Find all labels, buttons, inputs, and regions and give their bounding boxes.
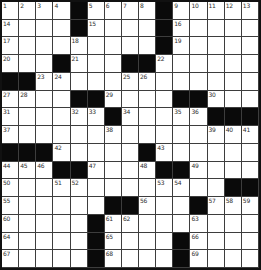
cell-r11c3[interactable] bbox=[36, 179, 53, 197]
cell-r6c3[interactable] bbox=[36, 91, 53, 109]
cell-r14c14[interactable] bbox=[225, 233, 242, 251]
cell-r8c13[interactable]: 39 bbox=[208, 126, 225, 144]
cell-r1c2[interactable]: 2 bbox=[19, 2, 36, 20]
cell-r9c4[interactable]: 42 bbox=[53, 144, 70, 162]
black-cell-r10c4 bbox=[53, 162, 70, 180]
cell-r12c2[interactable] bbox=[19, 197, 36, 215]
cell-r12c3[interactable] bbox=[36, 197, 53, 215]
clue-number-37: 37 bbox=[3, 126, 10, 133]
black-cell-r13c6 bbox=[88, 215, 105, 233]
cell-r14c5[interactable] bbox=[71, 233, 88, 251]
clue-number-10: 10 bbox=[191, 2, 198, 9]
clue-number-4: 4 bbox=[54, 2, 58, 9]
clue-number-59: 59 bbox=[243, 197, 250, 204]
black-cell-r12c8 bbox=[122, 197, 139, 215]
cell-r12c11[interactable] bbox=[173, 197, 190, 215]
cell-r3c7[interactable] bbox=[105, 37, 122, 55]
cell-r15c4[interactable] bbox=[53, 250, 70, 268]
cell-r7c11[interactable]: 35 bbox=[173, 108, 190, 126]
cell-r5c14[interactable] bbox=[225, 73, 242, 91]
clue-number-31: 31 bbox=[3, 108, 10, 115]
cell-r10c9[interactable]: 48 bbox=[139, 162, 156, 180]
black-cell-r10c5 bbox=[71, 162, 88, 180]
cell-r15c8[interactable] bbox=[122, 250, 139, 268]
cell-r12c15[interactable]: 59 bbox=[242, 197, 259, 215]
clue-number-28: 28 bbox=[20, 91, 27, 98]
clue-number-55: 55 bbox=[3, 197, 10, 204]
cell-r2c13[interactable] bbox=[208, 20, 225, 38]
clue-number-15: 15 bbox=[89, 20, 96, 27]
black-cell-r2c5 bbox=[71, 20, 88, 38]
clue-number-19: 19 bbox=[174, 37, 181, 44]
clue-number-21: 21 bbox=[72, 55, 79, 62]
cell-r4c11[interactable] bbox=[173, 55, 190, 73]
cell-r2c7[interactable] bbox=[105, 20, 122, 38]
cell-r12c5[interactable] bbox=[71, 197, 88, 215]
cell-r4c3[interactable] bbox=[36, 55, 53, 73]
cell-r7c9[interactable] bbox=[139, 108, 156, 126]
black-cell-r9c9 bbox=[139, 144, 156, 162]
clue-number-9: 9 bbox=[174, 2, 178, 9]
cell-r2c6[interactable]: 15 bbox=[88, 20, 105, 38]
cell-r9c13[interactable] bbox=[208, 144, 225, 162]
cell-r10c2[interactable]: 45 bbox=[19, 162, 36, 180]
cell-r3c15[interactable] bbox=[242, 37, 259, 55]
cell-r10c14[interactable] bbox=[225, 162, 242, 180]
cell-r11c2[interactable] bbox=[19, 179, 36, 197]
black-cell-r14c11 bbox=[173, 233, 190, 251]
cell-r15c7[interactable]: 68 bbox=[105, 250, 122, 268]
cell-r4c5[interactable]: 21 bbox=[71, 55, 88, 73]
cell-r2c12[interactable] bbox=[190, 20, 207, 38]
cell-r15c10[interactable] bbox=[156, 250, 173, 268]
cell-r4c14[interactable] bbox=[225, 55, 242, 73]
cell-r12c6[interactable] bbox=[88, 197, 105, 215]
cell-r11c11[interactable]: 54 bbox=[173, 179, 190, 197]
cell-r7c8[interactable]: 34 bbox=[122, 108, 139, 126]
cell-r5c4[interactable]: 24 bbox=[53, 73, 70, 91]
cell-r6c15[interactable] bbox=[242, 91, 259, 109]
cell-r15c1[interactable]: 67 bbox=[2, 250, 19, 268]
cell-r1c3[interactable]: 3 bbox=[36, 2, 53, 20]
cell-r4c13[interactable] bbox=[208, 55, 225, 73]
cell-r11c7[interactable] bbox=[105, 179, 122, 197]
clue-number-58: 58 bbox=[226, 197, 233, 204]
cell-r8c15[interactable]: 41 bbox=[242, 126, 259, 144]
cell-r1c7[interactable]: 6 bbox=[105, 2, 122, 20]
cell-r13c3[interactable] bbox=[36, 215, 53, 233]
cell-r4c1[interactable]: 20 bbox=[2, 55, 19, 73]
cell-r13c15[interactable] bbox=[242, 215, 259, 233]
cell-r14c8[interactable] bbox=[122, 233, 139, 251]
clue-number-30: 30 bbox=[209, 91, 216, 98]
clue-number-45: 45 bbox=[20, 162, 27, 169]
cell-r13c5[interactable] bbox=[71, 215, 88, 233]
black-cell-r7c14 bbox=[225, 108, 242, 126]
cell-r2c4[interactable] bbox=[53, 20, 70, 38]
cell-r1c4[interactable]: 4 bbox=[53, 2, 70, 20]
cell-r4c12[interactable] bbox=[190, 55, 207, 73]
cell-r6c7[interactable]: 29 bbox=[105, 91, 122, 109]
cell-r6c4[interactable] bbox=[53, 91, 70, 109]
cell-r8c4[interactable] bbox=[53, 126, 70, 144]
clue-number-60: 60 bbox=[3, 215, 10, 222]
cell-r2c11[interactable]: 16 bbox=[173, 20, 190, 38]
cell-r8c3[interactable] bbox=[36, 126, 53, 144]
cell-r9c5[interactable] bbox=[71, 144, 88, 162]
cell-r2c9[interactable] bbox=[139, 20, 156, 38]
black-cell-r3c10 bbox=[156, 37, 173, 55]
clue-number-36: 36 bbox=[191, 108, 198, 115]
cell-r12c14[interactable]: 58 bbox=[225, 197, 242, 215]
clue-number-34: 34 bbox=[123, 108, 130, 115]
black-cell-r10c10 bbox=[156, 162, 173, 180]
cell-r1c1[interactable]: 1 bbox=[2, 2, 19, 20]
cell-r2c15[interactable] bbox=[242, 20, 259, 38]
clue-number-56: 56 bbox=[140, 197, 147, 204]
cell-r13c4[interactable] bbox=[53, 215, 70, 233]
cell-r13c11[interactable] bbox=[173, 215, 190, 233]
black-cell-r7c7 bbox=[105, 108, 122, 126]
clue-number-32: 32 bbox=[72, 108, 79, 115]
cell-r11c4[interactable]: 51 bbox=[53, 179, 70, 197]
cell-r2c3[interactable] bbox=[36, 20, 53, 38]
clue-number-6: 6 bbox=[106, 2, 110, 9]
clue-number-63: 63 bbox=[191, 215, 198, 222]
clue-number-39: 39 bbox=[209, 126, 216, 133]
cell-r5c13[interactable] bbox=[208, 73, 225, 91]
cell-r14c7[interactable]: 65 bbox=[105, 233, 122, 251]
cell-r15c5[interactable] bbox=[71, 250, 88, 268]
cell-r11c10[interactable]: 53 bbox=[156, 179, 173, 197]
cell-r6c13[interactable]: 30 bbox=[208, 91, 225, 109]
cell-r13c1[interactable]: 60 bbox=[2, 215, 19, 233]
clue-number-41: 41 bbox=[243, 126, 250, 133]
cell-r1c12[interactable]: 10 bbox=[190, 2, 207, 20]
black-cell-r12c7 bbox=[105, 197, 122, 215]
cell-r5c8[interactable]: 25 bbox=[122, 73, 139, 91]
clue-number-57: 57 bbox=[209, 197, 216, 204]
cell-r15c3[interactable] bbox=[36, 250, 53, 268]
clue-number-61: 61 bbox=[106, 215, 113, 222]
clue-number-49: 49 bbox=[191, 162, 198, 169]
cell-r9c11[interactable] bbox=[173, 144, 190, 162]
cell-r3c14[interactable] bbox=[225, 37, 242, 55]
clue-number-29: 29 bbox=[106, 91, 113, 98]
black-cell-r4c9 bbox=[139, 55, 156, 73]
cell-r13c13[interactable] bbox=[208, 215, 225, 233]
cell-r14c10[interactable] bbox=[156, 233, 173, 251]
cell-r8c14[interactable]: 40 bbox=[225, 126, 242, 144]
cell-r9c7[interactable] bbox=[105, 144, 122, 162]
cell-r3c13[interactable] bbox=[208, 37, 225, 55]
black-cell-r7c13 bbox=[208, 108, 225, 126]
cell-r3c9[interactable] bbox=[139, 37, 156, 55]
cell-r3c2[interactable] bbox=[19, 37, 36, 55]
cell-r9c15[interactable] bbox=[242, 144, 259, 162]
clue-number-66: 66 bbox=[191, 233, 198, 240]
cell-r4c2[interactable] bbox=[19, 55, 36, 73]
cell-r11c8[interactable] bbox=[122, 179, 139, 197]
cell-r13c7[interactable]: 61 bbox=[105, 215, 122, 233]
cell-r2c8[interactable] bbox=[122, 20, 139, 38]
cell-r8c5[interactable] bbox=[71, 126, 88, 144]
cell-r6c8[interactable] bbox=[122, 91, 139, 109]
cell-r11c5[interactable]: 52 bbox=[71, 179, 88, 197]
cell-r10c13[interactable] bbox=[208, 162, 225, 180]
clue-number-20: 20 bbox=[3, 55, 10, 62]
cell-r14c1[interactable]: 64 bbox=[2, 233, 19, 251]
clue-number-54: 54 bbox=[174, 179, 181, 186]
cell-r7c5[interactable]: 32 bbox=[71, 108, 88, 126]
clue-number-64: 64 bbox=[3, 233, 10, 240]
clue-number-2: 2 bbox=[20, 2, 24, 9]
black-cell-r4c8 bbox=[122, 55, 139, 73]
clue-number-26: 26 bbox=[140, 73, 147, 80]
cell-r14c12[interactable]: 66 bbox=[190, 233, 207, 251]
clue-number-48: 48 bbox=[140, 162, 147, 169]
cell-r5c5[interactable] bbox=[71, 73, 88, 91]
clue-number-25: 25 bbox=[123, 73, 130, 80]
clue-number-24: 24 bbox=[54, 73, 61, 80]
cell-r9c8[interactable] bbox=[122, 144, 139, 162]
black-cell-r1c5 bbox=[71, 2, 88, 20]
cell-r8c11[interactable] bbox=[173, 126, 190, 144]
cell-r6c9[interactable] bbox=[139, 91, 156, 109]
cell-r8c7[interactable]: 38 bbox=[105, 126, 122, 144]
cell-r5c10[interactable] bbox=[156, 73, 173, 91]
cell-r2c14[interactable] bbox=[225, 20, 242, 38]
black-cell-r7c15 bbox=[242, 108, 259, 126]
cell-r8c12[interactable] bbox=[190, 126, 207, 144]
black-cell-r9c1 bbox=[2, 144, 19, 162]
cell-r3c5[interactable]: 18 bbox=[71, 37, 88, 55]
cell-r13c12[interactable]: 63 bbox=[190, 215, 207, 233]
cell-r11c6[interactable] bbox=[88, 179, 105, 197]
clue-number-33: 33 bbox=[89, 108, 96, 115]
black-cell-r6c11 bbox=[173, 91, 190, 109]
cell-r7c10[interactable] bbox=[156, 108, 173, 126]
cell-r15c13[interactable] bbox=[208, 250, 225, 268]
clue-number-44: 44 bbox=[3, 162, 10, 169]
cell-r10c15[interactable] bbox=[242, 162, 259, 180]
clue-number-62: 62 bbox=[123, 215, 130, 222]
clue-number-46: 46 bbox=[37, 162, 44, 169]
cell-r3c12[interactable] bbox=[190, 37, 207, 55]
clue-number-16: 16 bbox=[174, 20, 181, 27]
cell-r3c6[interactable] bbox=[88, 37, 105, 55]
cell-r1c13[interactable]: 11 bbox=[208, 2, 225, 20]
cell-r7c6[interactable]: 33 bbox=[88, 108, 105, 126]
black-cell-r11c14 bbox=[225, 179, 242, 197]
cell-r15c15[interactable] bbox=[242, 250, 259, 268]
cell-r12c4[interactable] bbox=[53, 197, 70, 215]
black-cell-r15c11 bbox=[173, 250, 190, 268]
black-cell-r6c12 bbox=[190, 91, 207, 109]
cell-r14c4[interactable] bbox=[53, 233, 70, 251]
clue-number-5: 5 bbox=[89, 2, 93, 9]
black-cell-r12c12 bbox=[190, 197, 207, 215]
cell-r14c2[interactable] bbox=[19, 233, 36, 251]
cell-r13c14[interactable] bbox=[225, 215, 242, 233]
cell-r9c14[interactable] bbox=[225, 144, 242, 162]
cell-r7c4[interactable] bbox=[53, 108, 70, 126]
clue-number-8: 8 bbox=[140, 2, 144, 9]
cell-r12c10[interactable] bbox=[156, 197, 173, 215]
cell-r4c7[interactable] bbox=[105, 55, 122, 73]
cell-r3c4[interactable] bbox=[53, 37, 70, 55]
cell-r11c9[interactable] bbox=[139, 179, 156, 197]
cell-r10c12[interactable]: 49 bbox=[190, 162, 207, 180]
clue-number-3: 3 bbox=[37, 2, 41, 9]
cell-r13c8[interactable]: 62 bbox=[122, 215, 139, 233]
cell-r8c6[interactable] bbox=[88, 126, 105, 144]
black-cell-r11c15 bbox=[242, 179, 259, 197]
cell-r1c6[interactable]: 5 bbox=[88, 2, 105, 20]
cell-r7c12[interactable]: 36 bbox=[190, 108, 207, 126]
cell-r14c9[interactable] bbox=[139, 233, 156, 251]
cell-r15c14[interactable] bbox=[225, 250, 242, 268]
cell-r3c8[interactable] bbox=[122, 37, 139, 55]
cell-r5c3[interactable]: 23 bbox=[36, 73, 53, 91]
black-cell-r1c10 bbox=[156, 2, 173, 20]
cell-r12c1[interactable]: 55 bbox=[2, 197, 19, 215]
cell-r11c13[interactable] bbox=[208, 179, 225, 197]
cell-r7c2[interactable] bbox=[19, 108, 36, 126]
cell-r2c1[interactable]: 14 bbox=[2, 20, 19, 38]
cell-r14c3[interactable] bbox=[36, 233, 53, 251]
cell-r8c8[interactable] bbox=[122, 126, 139, 144]
cell-r1c8[interactable]: 7 bbox=[122, 2, 139, 20]
black-cell-r15c6 bbox=[88, 250, 105, 268]
clue-number-52: 52 bbox=[72, 179, 79, 186]
cell-r10c3[interactable]: 46 bbox=[36, 162, 53, 180]
clue-number-51: 51 bbox=[54, 179, 61, 186]
cell-r5c11[interactable] bbox=[173, 73, 190, 91]
cell-r9c10[interactable]: 43 bbox=[156, 144, 173, 162]
cell-r4c10[interactable]: 22 bbox=[156, 55, 173, 73]
clue-number-47: 47 bbox=[89, 162, 96, 169]
cell-r10c7[interactable] bbox=[105, 162, 122, 180]
clue-number-50: 50 bbox=[3, 179, 10, 186]
clue-number-38: 38 bbox=[106, 126, 113, 133]
cell-r15c12[interactable]: 69 bbox=[190, 250, 207, 268]
cell-r10c8[interactable] bbox=[122, 162, 139, 180]
cell-r1c15[interactable]: 13 bbox=[242, 2, 259, 20]
cell-r10c6[interactable]: 47 bbox=[88, 162, 105, 180]
cell-r1c9[interactable]: 8 bbox=[139, 2, 156, 20]
clue-number-43: 43 bbox=[157, 144, 164, 151]
clue-number-65: 65 bbox=[106, 233, 113, 240]
cell-r9c6[interactable] bbox=[88, 144, 105, 162]
cell-r10c1[interactable]: 44 bbox=[2, 162, 19, 180]
black-cell-r6c6 bbox=[88, 91, 105, 109]
cell-r7c3[interactable] bbox=[36, 108, 53, 126]
black-cell-r9c3 bbox=[36, 144, 53, 162]
cell-r8c10[interactable] bbox=[156, 126, 173, 144]
cell-r3c1[interactable]: 17 bbox=[2, 37, 19, 55]
clue-number-22: 22 bbox=[157, 55, 164, 62]
cell-r8c1[interactable]: 37 bbox=[2, 126, 19, 144]
cell-r5c7[interactable] bbox=[105, 73, 122, 91]
cell-r14c15[interactable] bbox=[242, 233, 259, 251]
black-cell-r5c1 bbox=[2, 73, 19, 91]
cell-r13c10[interactable] bbox=[156, 215, 173, 233]
black-cell-r5c2 bbox=[19, 73, 36, 91]
cell-r3c11[interactable]: 19 bbox=[173, 37, 190, 55]
cell-r8c9[interactable] bbox=[139, 126, 156, 144]
cell-r15c9[interactable] bbox=[139, 250, 156, 268]
black-cell-r9c2 bbox=[19, 144, 36, 162]
clue-number-67: 67 bbox=[3, 250, 10, 257]
clue-number-12: 12 bbox=[226, 2, 233, 9]
clue-number-27: 27 bbox=[3, 91, 10, 98]
cell-r13c9[interactable] bbox=[139, 215, 156, 233]
cell-r3c3[interactable] bbox=[36, 37, 53, 55]
cell-r1c11[interactable]: 9 bbox=[173, 2, 190, 20]
clue-number-35: 35 bbox=[174, 108, 181, 115]
cell-r6c14[interactable] bbox=[225, 91, 242, 109]
cell-r2c2[interactable] bbox=[19, 20, 36, 38]
crossword-grid: 1234567891011121314151617181920212223242… bbox=[0, 0, 261, 270]
clue-number-40: 40 bbox=[226, 126, 233, 133]
cell-r15c2[interactable] bbox=[19, 250, 36, 268]
cell-r4c15[interactable] bbox=[242, 55, 259, 73]
cell-r5c9[interactable]: 26 bbox=[139, 73, 156, 91]
clue-number-11: 11 bbox=[209, 2, 216, 9]
cell-r14c13[interactable] bbox=[208, 233, 225, 251]
cell-r6c10[interactable] bbox=[156, 91, 173, 109]
black-cell-r14c6 bbox=[88, 233, 105, 251]
cell-r5c6[interactable] bbox=[88, 73, 105, 91]
clue-number-42: 42 bbox=[54, 144, 61, 151]
cell-r11c12[interactable] bbox=[190, 179, 207, 197]
clue-number-69: 69 bbox=[191, 250, 198, 257]
clue-number-1: 1 bbox=[3, 2, 7, 9]
cell-r7c1[interactable]: 31 bbox=[2, 108, 19, 126]
cell-r9c12[interactable] bbox=[190, 144, 207, 162]
cell-r1c14[interactable]: 12 bbox=[225, 2, 242, 20]
cell-r8c2[interactable] bbox=[19, 126, 36, 144]
black-cell-r10c11 bbox=[173, 162, 190, 180]
clue-number-13: 13 bbox=[243, 2, 250, 9]
black-cell-r6c5 bbox=[71, 91, 88, 109]
cell-r4c6[interactable] bbox=[88, 55, 105, 73]
clue-number-68: 68 bbox=[106, 250, 113, 257]
clue-number-7: 7 bbox=[123, 2, 127, 9]
clue-number-14: 14 bbox=[3, 20, 10, 27]
cell-r5c12[interactable] bbox=[190, 73, 207, 91]
cell-r11c1[interactable]: 50 bbox=[2, 179, 19, 197]
clue-number-53: 53 bbox=[157, 179, 164, 186]
clue-number-23: 23 bbox=[37, 73, 44, 80]
cell-r12c13[interactable]: 57 bbox=[208, 197, 225, 215]
cell-r6c1[interactable]: 27 bbox=[2, 91, 19, 109]
clue-number-18: 18 bbox=[72, 37, 79, 44]
cell-r12c9[interactable]: 56 bbox=[139, 197, 156, 215]
cell-r13c2[interactable] bbox=[19, 215, 36, 233]
cell-r5c15[interactable] bbox=[242, 73, 259, 91]
black-cell-r2c10 bbox=[156, 20, 173, 38]
clue-number-17: 17 bbox=[3, 37, 10, 44]
black-cell-r4c4 bbox=[53, 55, 70, 73]
cell-r6c2[interactable]: 28 bbox=[19, 91, 36, 109]
